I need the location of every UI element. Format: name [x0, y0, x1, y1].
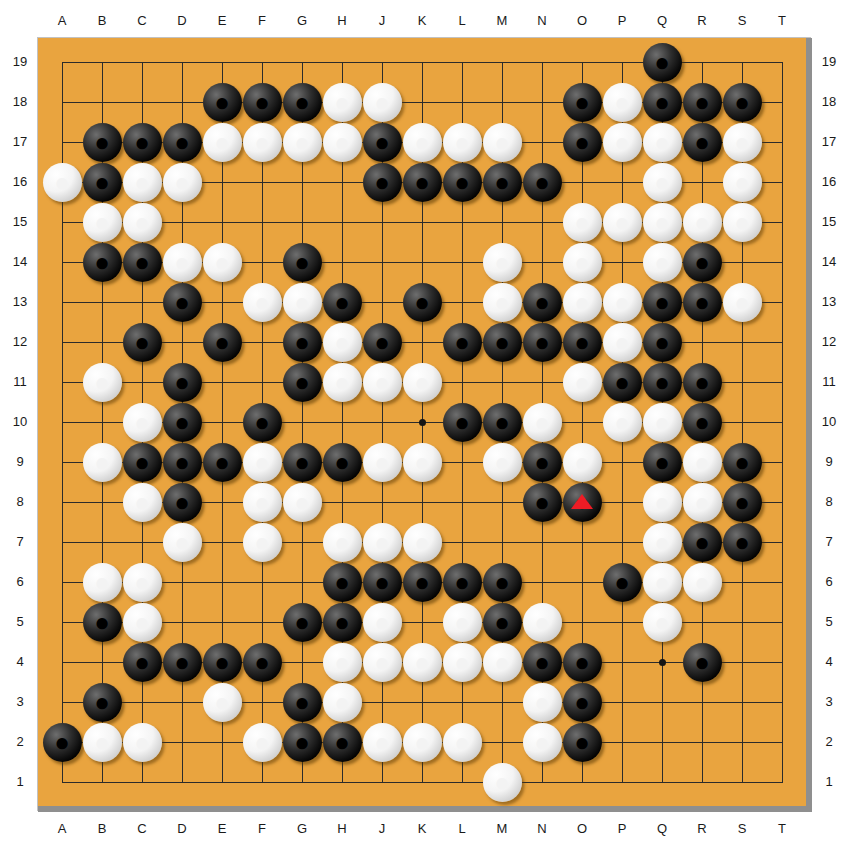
white-stone-C2[interactable]: ● [123, 723, 162, 762]
column-label-M: M [487, 821, 517, 836]
column-label-E: E [207, 821, 237, 836]
star-point-K10 [419, 419, 426, 426]
black-stone-H9[interactable]: ● [323, 443, 362, 482]
white-stone-P18[interactable]: ● [603, 83, 642, 122]
white-stone-R15[interactable]: ● [683, 203, 722, 242]
black-stone-M5[interactable]: ● [483, 603, 522, 642]
row-label-18: 18 [5, 94, 35, 109]
black-stone-N9[interactable]: ● [523, 443, 562, 482]
black-stone-S7[interactable]: ● [723, 523, 762, 562]
black-stone-L16[interactable]: ● [443, 163, 482, 202]
row-label-8: 8 [814, 494, 844, 509]
white-stone-P15[interactable]: ● [603, 203, 642, 242]
black-stone-R14[interactable]: ● [683, 243, 722, 282]
black-stone-B3[interactable]: ● [83, 683, 122, 722]
column-label-B: B [87, 13, 117, 28]
white-stone-B9[interactable]: ● [83, 443, 122, 482]
column-label-D: D [167, 821, 197, 836]
white-stone-S15[interactable]: ● [723, 203, 762, 242]
black-stone-Q19[interactable]: ● [643, 43, 682, 82]
black-stone-R7[interactable]: ● [683, 523, 722, 562]
white-stone-M14[interactable]: ● [483, 243, 522, 282]
star-point-Q4 [659, 659, 666, 666]
black-stone-E4[interactable]: ● [203, 643, 242, 682]
black-stone-R10[interactable]: ● [683, 403, 722, 442]
black-stone-B5[interactable]: ● [83, 603, 122, 642]
row-label-3: 3 [5, 694, 35, 709]
row-label-19: 19 [814, 54, 844, 69]
white-stone-H3[interactable]: ● [323, 683, 362, 722]
black-stone-E18[interactable]: ● [203, 83, 242, 122]
black-stone-S18[interactable]: ● [723, 83, 762, 122]
black-stone-E9[interactable]: ● [203, 443, 242, 482]
row-label-10: 10 [814, 414, 844, 429]
white-stone-E17[interactable]: ● [203, 123, 242, 162]
column-label-F: F [247, 13, 277, 28]
white-stone-Q10[interactable]: ● [643, 403, 682, 442]
column-label-O: O [567, 13, 597, 28]
black-stone-F10[interactable]: ● [243, 403, 282, 442]
row-label-16: 16 [5, 174, 35, 189]
black-stone-B14[interactable]: ● [83, 243, 122, 282]
black-stone-O17[interactable]: ● [563, 123, 602, 162]
column-label-G: G [287, 821, 317, 836]
row-label-6: 6 [814, 574, 844, 589]
black-stone-L6[interactable]: ● [443, 563, 482, 602]
white-stone-K2[interactable]: ● [403, 723, 442, 762]
black-stone-P6[interactable]: ● [603, 563, 642, 602]
white-stone-H17[interactable]: ● [323, 123, 362, 162]
column-label-P: P [607, 821, 637, 836]
black-stone-J17[interactable]: ● [363, 123, 402, 162]
row-label-1: 1 [5, 774, 35, 789]
white-stone-H18[interactable]: ● [323, 83, 362, 122]
white-stone-B2[interactable]: ● [83, 723, 122, 762]
white-stone-N2[interactable]: ● [523, 723, 562, 762]
white-stone-F2[interactable]: ● [243, 723, 282, 762]
black-stone-G12[interactable]: ● [283, 323, 322, 362]
white-stone-R6[interactable]: ● [683, 563, 722, 602]
row-label-16: 16 [814, 174, 844, 189]
white-stone-P17[interactable]: ● [603, 123, 642, 162]
white-stone-S16[interactable]: ● [723, 163, 762, 202]
white-stone-Q16[interactable]: ● [643, 163, 682, 202]
column-label-T: T [767, 821, 797, 836]
black-stone-E12[interactable]: ● [203, 323, 242, 362]
black-stone-M16[interactable]: ● [483, 163, 522, 202]
white-stone-H7[interactable]: ● [323, 523, 362, 562]
black-stone-G2[interactable]: ● [283, 723, 322, 762]
row-label-2: 2 [814, 734, 844, 749]
black-stone-N4[interactable]: ● [523, 643, 562, 682]
white-stone-G17[interactable]: ● [283, 123, 322, 162]
row-label-7: 7 [5, 534, 35, 549]
row-label-12: 12 [5, 334, 35, 349]
black-stone-P11[interactable]: ● [603, 363, 642, 402]
column-label-M: M [487, 13, 517, 28]
white-stone-G8[interactable]: ● [283, 483, 322, 522]
black-stone-O12[interactable]: ● [563, 323, 602, 362]
white-stone-F13[interactable]: ● [243, 283, 282, 322]
white-stone-F8[interactable]: ● [243, 483, 282, 522]
black-stone-M10[interactable]: ● [483, 403, 522, 442]
black-stone-C9[interactable]: ● [123, 443, 162, 482]
last-move-triangle-marker [571, 494, 593, 509]
black-stone-N16[interactable]: ● [523, 163, 562, 202]
black-stone-O4[interactable]: ● [563, 643, 602, 682]
column-label-H: H [327, 821, 357, 836]
white-stone-L17[interactable]: ● [443, 123, 482, 162]
white-stone-Q6[interactable]: ● [643, 563, 682, 602]
black-stone-L12[interactable]: ● [443, 323, 482, 362]
white-stone-C8[interactable]: ● [123, 483, 162, 522]
black-stone-N13[interactable]: ● [523, 283, 562, 322]
white-stone-M17[interactable]: ● [483, 123, 522, 162]
row-label-17: 17 [814, 134, 844, 149]
white-stone-H11[interactable]: ● [323, 363, 362, 402]
white-stone-P13[interactable]: ● [603, 283, 642, 322]
white-stone-R8[interactable]: ● [683, 483, 722, 522]
black-stone-C4[interactable]: ● [123, 643, 162, 682]
column-label-C: C [127, 821, 157, 836]
white-stone-C10[interactable]: ● [123, 403, 162, 442]
column-label-R: R [687, 13, 717, 28]
column-label-B: B [87, 821, 117, 836]
black-stone-M6[interactable]: ● [483, 563, 522, 602]
white-stone-M13[interactable]: ● [483, 283, 522, 322]
row-label-14: 14 [814, 254, 844, 269]
white-stone-G13[interactable]: ● [283, 283, 322, 322]
row-label-10: 10 [5, 414, 35, 429]
black-stone-Q12[interactable]: ● [643, 323, 682, 362]
black-stone-Q11[interactable]: ● [643, 363, 682, 402]
row-label-7: 7 [814, 534, 844, 549]
white-stone-Q5[interactable]: ● [643, 603, 682, 642]
white-stone-M4[interactable]: ● [483, 643, 522, 682]
row-label-3: 3 [814, 694, 844, 709]
column-label-J: J [367, 13, 397, 28]
white-stone-B6[interactable]: ● [83, 563, 122, 602]
column-label-D: D [167, 13, 197, 28]
white-stone-C15[interactable]: ● [123, 203, 162, 242]
column-label-C: C [127, 13, 157, 28]
column-label-Q: Q [647, 13, 677, 28]
white-stone-K17[interactable]: ● [403, 123, 442, 162]
black-stone-S9[interactable]: ● [723, 443, 762, 482]
column-label-P: P [607, 13, 637, 28]
black-stone-R13[interactable]: ● [683, 283, 722, 322]
white-stone-M9[interactable]: ● [483, 443, 522, 482]
row-label-18: 18 [814, 94, 844, 109]
row-label-9: 9 [5, 454, 35, 469]
black-stone-H6[interactable]: ● [323, 563, 362, 602]
white-stone-C5[interactable]: ● [123, 603, 162, 642]
white-stone-H4[interactable]: ● [323, 643, 362, 682]
white-stone-K4[interactable]: ● [403, 643, 442, 682]
row-label-4: 4 [5, 654, 35, 669]
white-stone-Q17[interactable]: ● [643, 123, 682, 162]
column-label-S: S [727, 13, 757, 28]
column-label-S: S [727, 821, 757, 836]
black-stone-K16[interactable]: ● [403, 163, 442, 202]
black-stone-D17[interactable]: ● [163, 123, 202, 162]
white-stone-K11[interactable]: ● [403, 363, 442, 402]
black-stone-D10[interactable]: ● [163, 403, 202, 442]
black-stone-C12[interactable]: ● [123, 323, 162, 362]
white-stone-N5[interactable]: ● [523, 603, 562, 642]
column-label-K: K [407, 13, 437, 28]
row-label-15: 15 [814, 214, 844, 229]
white-stone-P12[interactable]: ● [603, 323, 642, 362]
black-stone-G14[interactable]: ● [283, 243, 322, 282]
black-stone-J12[interactable]: ● [363, 323, 402, 362]
white-stone-J5[interactable]: ● [363, 603, 402, 642]
black-stone-F4[interactable]: ● [243, 643, 282, 682]
white-stone-F7[interactable]: ● [243, 523, 282, 562]
white-stone-H12[interactable]: ● [323, 323, 362, 362]
black-stone-G11[interactable]: ● [283, 363, 322, 402]
black-stone-D4[interactable]: ● [163, 643, 202, 682]
black-stone-H5[interactable]: ● [323, 603, 362, 642]
black-stone-F18[interactable]: ● [243, 83, 282, 122]
column-label-L: L [447, 13, 477, 28]
black-stone-Q9[interactable]: ● [643, 443, 682, 482]
white-stone-Q7[interactable]: ● [643, 523, 682, 562]
column-label-N: N [527, 13, 557, 28]
white-stone-O13[interactable]: ● [563, 283, 602, 322]
column-label-J: J [367, 821, 397, 836]
black-stone-S8[interactable]: ● [723, 483, 762, 522]
white-stone-N3[interactable]: ● [523, 683, 562, 722]
black-stone-K13[interactable]: ● [403, 283, 442, 322]
white-stone-J2[interactable]: ● [363, 723, 402, 762]
row-label-14: 14 [5, 254, 35, 269]
column-label-E: E [207, 13, 237, 28]
black-stone-D11[interactable]: ● [163, 363, 202, 402]
white-stone-L5[interactable]: ● [443, 603, 482, 642]
white-stone-B11[interactable]: ● [83, 363, 122, 402]
black-stone-Q13[interactable]: ● [643, 283, 682, 322]
black-stone-H13[interactable]: ● [323, 283, 362, 322]
column-label-A: A [47, 13, 77, 28]
column-label-F: F [247, 821, 277, 836]
white-stone-Q14[interactable]: ● [643, 243, 682, 282]
white-stone-J18[interactable]: ● [363, 83, 402, 122]
white-stone-J7[interactable]: ● [363, 523, 402, 562]
white-stone-E14[interactable]: ● [203, 243, 242, 282]
black-stone-R17[interactable]: ● [683, 123, 722, 162]
row-label-6: 6 [5, 574, 35, 589]
white-stone-Q15[interactable]: ● [643, 203, 682, 242]
white-stone-O15[interactable]: ● [563, 203, 602, 242]
white-stone-K7[interactable]: ● [403, 523, 442, 562]
white-stone-O14[interactable]: ● [563, 243, 602, 282]
black-stone-L10[interactable]: ● [443, 403, 482, 442]
row-label-4: 4 [814, 654, 844, 669]
white-stone-D7[interactable]: ● [163, 523, 202, 562]
row-label-8: 8 [5, 494, 35, 509]
white-stone-J4[interactable]: ● [363, 643, 402, 682]
white-stone-L4[interactable]: ● [443, 643, 482, 682]
black-stone-B16[interactable]: ● [83, 163, 122, 202]
white-stone-D16[interactable]: ● [163, 163, 202, 202]
black-stone-K6[interactable]: ● [403, 563, 442, 602]
black-stone-O18[interactable]: ● [563, 83, 602, 122]
white-stone-C16[interactable]: ● [123, 163, 162, 202]
black-stone-D8[interactable]: ● [163, 483, 202, 522]
row-label-9: 9 [814, 454, 844, 469]
black-stone-A2[interactable]: ● [43, 723, 82, 762]
go-board-screenshot: ●●●●●●●●●●●●●●●●●●●●●●●●●●●●●●●●●●●●●●●●… [0, 0, 850, 850]
row-label-1: 1 [814, 774, 844, 789]
white-stone-J11[interactable]: ● [363, 363, 402, 402]
row-label-19: 19 [5, 54, 35, 69]
black-stone-R11[interactable]: ● [683, 363, 722, 402]
white-stone-B15[interactable]: ● [83, 203, 122, 242]
black-stone-J16[interactable]: ● [363, 163, 402, 202]
column-label-K: K [407, 821, 437, 836]
white-stone-A16[interactable]: ● [43, 163, 82, 202]
black-stone-N12[interactable]: ● [523, 323, 562, 362]
column-label-R: R [687, 821, 717, 836]
column-label-G: G [287, 13, 317, 28]
white-stone-E3[interactable]: ● [203, 683, 242, 722]
black-stone-D9[interactable]: ● [163, 443, 202, 482]
black-stone-M12[interactable]: ● [483, 323, 522, 362]
white-stone-S13[interactable]: ● [723, 283, 762, 322]
white-stone-M1[interactable]: ● [483, 763, 522, 802]
white-stone-C6[interactable]: ● [123, 563, 162, 602]
row-label-11: 11 [814, 374, 844, 389]
white-stone-O11[interactable]: ● [563, 363, 602, 402]
white-stone-R9[interactable]: ● [683, 443, 722, 482]
black-stone-Q18[interactable]: ● [643, 83, 682, 122]
column-label-N: N [527, 821, 557, 836]
column-label-T: T [767, 13, 797, 28]
black-stone-G3[interactable]: ● [283, 683, 322, 722]
white-stone-O9[interactable]: ● [563, 443, 602, 482]
row-label-15: 15 [5, 214, 35, 229]
white-stone-F9[interactable]: ● [243, 443, 282, 482]
white-stone-D14[interactable]: ● [163, 243, 202, 282]
black-stone-G9[interactable]: ● [283, 443, 322, 482]
row-label-17: 17 [5, 134, 35, 149]
row-label-5: 5 [5, 614, 35, 629]
black-stone-H2[interactable]: ● [323, 723, 362, 762]
black-stone-O3[interactable]: ● [563, 683, 602, 722]
white-stone-K9[interactable]: ● [403, 443, 442, 482]
row-label-13: 13 [814, 294, 844, 309]
row-label-11: 11 [5, 374, 35, 389]
row-label-12: 12 [814, 334, 844, 349]
black-stone-G18[interactable]: ● [283, 83, 322, 122]
column-label-A: A [47, 821, 77, 836]
column-label-O: O [567, 821, 597, 836]
row-label-5: 5 [814, 614, 844, 629]
black-stone-R4[interactable]: ● [683, 643, 722, 682]
black-stone-G5[interactable]: ● [283, 603, 322, 642]
black-stone-B17[interactable]: ● [83, 123, 122, 162]
white-stone-N10[interactable]: ● [523, 403, 562, 442]
white-stone-J9[interactable]: ● [363, 443, 402, 482]
black-stone-N8[interactable]: ● [523, 483, 562, 522]
row-label-2: 2 [5, 734, 35, 749]
black-stone-R18[interactable]: ● [683, 83, 722, 122]
white-stone-P10[interactable]: ● [603, 403, 642, 442]
black-stone-J6[interactable]: ● [363, 563, 402, 602]
white-stone-S17[interactable]: ● [723, 123, 762, 162]
white-stone-F17[interactable]: ● [243, 123, 282, 162]
column-label-Q: Q [647, 821, 677, 836]
white-stone-L2[interactable]: ● [443, 723, 482, 762]
black-stone-C17[interactable]: ● [123, 123, 162, 162]
column-label-L: L [447, 821, 477, 836]
black-stone-C14[interactable]: ● [123, 243, 162, 282]
row-label-13: 13 [5, 294, 35, 309]
white-stone-Q8[interactable]: ● [643, 483, 682, 522]
black-stone-O2[interactable]: ● [563, 723, 602, 762]
column-label-H: H [327, 13, 357, 28]
black-stone-D13[interactable]: ● [163, 283, 202, 322]
goban[interactable]: ●●●●●●●●●●●●●●●●●●●●●●●●●●●●●●●●●●●●●●●●… [38, 38, 812, 812]
